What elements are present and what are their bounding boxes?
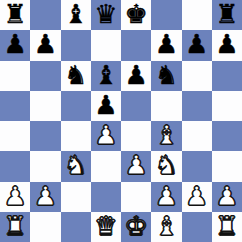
square-f7[interactable]: ♟ xyxy=(151,30,181,60)
square-d6[interactable]: ♝ xyxy=(91,61,121,91)
square-g4[interactable] xyxy=(182,121,212,151)
square-g6[interactable] xyxy=(182,61,212,91)
square-e1[interactable]: ♚ xyxy=(121,212,151,242)
square-f4[interactable]: ♝ xyxy=(151,121,181,151)
square-c6[interactable]: ♞ xyxy=(61,61,91,91)
square-c2[interactable] xyxy=(61,182,91,212)
square-e5[interactable] xyxy=(121,91,151,121)
square-e7[interactable] xyxy=(121,30,151,60)
square-a2[interactable]: ♟ xyxy=(0,182,30,212)
black-bishop[interactable]: ♝ xyxy=(94,62,117,88)
black-pawn[interactable]: ♟ xyxy=(155,31,178,57)
square-f1[interactable]: ♝ xyxy=(151,212,181,242)
square-g3[interactable] xyxy=(182,151,212,181)
square-b7[interactable]: ♟ xyxy=(30,30,60,60)
white-pawn[interactable]: ♟ xyxy=(215,183,238,209)
square-d1[interactable]: ♛ xyxy=(91,212,121,242)
square-a5[interactable] xyxy=(0,91,30,121)
white-queen[interactable]: ♛ xyxy=(94,213,117,239)
square-c8[interactable]: ♝ xyxy=(61,0,91,30)
square-a4[interactable] xyxy=(0,121,30,151)
square-b8[interactable] xyxy=(30,0,60,30)
square-d3[interactable] xyxy=(91,151,121,181)
white-rook[interactable]: ♜ xyxy=(215,213,238,239)
white-pawn[interactable]: ♟ xyxy=(124,152,147,178)
square-b5[interactable] xyxy=(30,91,60,121)
white-pawn[interactable]: ♟ xyxy=(94,122,117,148)
white-king[interactable]: ♚ xyxy=(124,213,147,239)
square-f8[interactable] xyxy=(151,0,181,30)
square-g2[interactable]: ♟ xyxy=(182,182,212,212)
square-g5[interactable] xyxy=(182,91,212,121)
square-e6[interactable]: ♟ xyxy=(121,61,151,91)
square-h8[interactable]: ♜ xyxy=(212,0,242,30)
square-h4[interactable] xyxy=(212,121,242,151)
square-h3[interactable] xyxy=(212,151,242,181)
black-pawn[interactable]: ♟ xyxy=(185,31,208,57)
white-bishop[interactable]: ♝ xyxy=(155,213,178,239)
square-e8[interactable]: ♚ xyxy=(121,0,151,30)
square-d7[interactable] xyxy=(91,30,121,60)
square-f2[interactable]: ♟ xyxy=(151,182,181,212)
square-g7[interactable]: ♟ xyxy=(182,30,212,60)
square-h2[interactable]: ♟ xyxy=(212,182,242,212)
square-b6[interactable] xyxy=(30,61,60,91)
square-f5[interactable] xyxy=(151,91,181,121)
black-queen[interactable]: ♛ xyxy=(94,1,117,27)
chess-board-container: ♜♝♛♚♜♟♟♟♟♟♞♝♟♞♟♟♝♞♟♞♟♟♟♟♟♜♛♚♝♜ xyxy=(0,0,242,242)
square-c1[interactable] xyxy=(61,212,91,242)
square-e3[interactable]: ♟ xyxy=(121,151,151,181)
black-rook[interactable]: ♜ xyxy=(3,1,26,27)
square-f6[interactable]: ♞ xyxy=(151,61,181,91)
white-bishop[interactable]: ♝ xyxy=(155,122,178,148)
square-a1[interactable]: ♜ xyxy=(0,212,30,242)
square-b2[interactable]: ♟ xyxy=(30,182,60,212)
square-f3[interactable]: ♞ xyxy=(151,151,181,181)
black-rook[interactable]: ♜ xyxy=(215,1,238,27)
square-d2[interactable] xyxy=(91,182,121,212)
square-h5[interactable] xyxy=(212,91,242,121)
white-pawn[interactable]: ♟ xyxy=(3,183,26,209)
white-rook[interactable]: ♜ xyxy=(3,213,26,239)
black-pawn[interactable]: ♟ xyxy=(3,31,26,57)
square-h7[interactable]: ♟ xyxy=(212,30,242,60)
square-g8[interactable] xyxy=(182,0,212,30)
square-d4[interactable]: ♟ xyxy=(91,121,121,151)
white-pawn[interactable]: ♟ xyxy=(185,183,208,209)
square-g1[interactable] xyxy=(182,212,212,242)
white-knight[interactable]: ♞ xyxy=(64,152,87,178)
chess-board: ♜♝♛♚♜♟♟♟♟♟♞♝♟♞♟♟♝♞♟♞♟♟♟♟♟♜♛♚♝♜ xyxy=(0,0,242,242)
black-pawn[interactable]: ♟ xyxy=(34,31,57,57)
square-b3[interactable] xyxy=(30,151,60,181)
square-a3[interactable] xyxy=(0,151,30,181)
square-e2[interactable] xyxy=(121,182,151,212)
black-pawn[interactable]: ♟ xyxy=(215,31,238,57)
black-pawn[interactable]: ♟ xyxy=(94,92,117,118)
square-d5[interactable]: ♟ xyxy=(91,91,121,121)
square-d8[interactable]: ♛ xyxy=(91,0,121,30)
white-knight[interactable]: ♞ xyxy=(155,152,178,178)
square-c7[interactable] xyxy=(61,30,91,60)
square-h6[interactable] xyxy=(212,61,242,91)
square-a6[interactable] xyxy=(0,61,30,91)
square-a8[interactable]: ♜ xyxy=(0,0,30,30)
square-c3[interactable]: ♞ xyxy=(61,151,91,181)
square-b4[interactable] xyxy=(30,121,60,151)
black-knight[interactable]: ♞ xyxy=(155,62,178,88)
black-pawn[interactable]: ♟ xyxy=(124,62,147,88)
square-e4[interactable] xyxy=(121,121,151,151)
square-a7[interactable]: ♟ xyxy=(0,30,30,60)
black-king[interactable]: ♚ xyxy=(124,1,147,27)
black-knight[interactable]: ♞ xyxy=(64,62,87,88)
square-c4[interactable] xyxy=(61,121,91,151)
white-pawn[interactable]: ♟ xyxy=(34,183,57,209)
square-b1[interactable] xyxy=(30,212,60,242)
square-c5[interactable] xyxy=(61,91,91,121)
square-h1[interactable]: ♜ xyxy=(212,212,242,242)
black-bishop[interactable]: ♝ xyxy=(64,1,87,27)
white-pawn[interactable]: ♟ xyxy=(155,183,178,209)
